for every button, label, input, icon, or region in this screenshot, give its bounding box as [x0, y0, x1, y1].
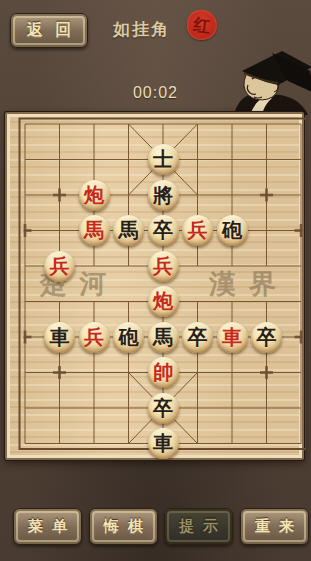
piece-red-soldier[interactable]: 兵 [148, 251, 179, 282]
piece-red-general[interactable]: 帥 [148, 357, 179, 388]
piece-black-soldier[interactable]: 卒 [251, 322, 282, 353]
toolbar-button-restart[interactable]: 重来 [240, 508, 309, 545]
piece-red-cannon[interactable]: 炮 [79, 180, 110, 211]
piece-black-chariot[interactable]: 車 [44, 322, 75, 353]
piece-red-chariot[interactable]: 車 [217, 322, 248, 353]
app-screen: 返回 如挂角 红 00:02 楚河 漢界 士炮將馬馬卒兵砲兵兵炮車兵砲馬卒車卒帥… [0, 0, 311, 561]
piece-black-chariot[interactable]: 車 [148, 428, 179, 459]
piece-black-advisor[interactable]: 士 [148, 144, 179, 175]
seal-character: 红 [192, 13, 212, 38]
piece-black-cannon[interactable]: 砲 [217, 215, 248, 246]
piece-black-general[interactable]: 將 [148, 180, 179, 211]
game-timer: 00:02 [0, 84, 311, 102]
red-to-move-seal: 红 [185, 8, 218, 41]
xiangqi-board[interactable]: 楚河 漢界 士炮將馬馬卒兵砲兵兵炮車兵砲馬卒車卒帥卒車 [5, 112, 304, 460]
toolbar-button-label: 提示 [170, 517, 227, 536]
toolbar-button-undo[interactable]: 悔棋 [89, 508, 158, 545]
piece-black-horse[interactable]: 馬 [148, 322, 179, 353]
toolbar-button-label: 重来 [246, 517, 303, 536]
piece-black-soldier[interactable]: 卒 [148, 393, 179, 424]
piece-red-soldier[interactable]: 兵 [182, 215, 213, 246]
back-button[interactable]: 返回 [10, 13, 88, 48]
back-button-label: 返回 [15, 20, 83, 41]
piece-red-horse[interactable]: 馬 [79, 215, 110, 246]
toolbar-button-menu[interactable]: 菜单 [13, 508, 82, 545]
piece-red-soldier[interactable]: 兵 [44, 251, 75, 282]
piece-red-soldier[interactable]: 兵 [79, 322, 110, 353]
piece-black-soldier[interactable]: 卒 [182, 322, 213, 353]
toolbar-button-label: 菜单 [19, 517, 76, 536]
piece-black-horse[interactable]: 馬 [113, 215, 144, 246]
toolbar-button-label: 悔棋 [95, 517, 152, 536]
toolbar-button-hint[interactable]: 提示 [164, 508, 233, 545]
portrait-illustration [228, 41, 311, 115]
piece-black-cannon[interactable]: 砲 [113, 322, 144, 353]
piece-red-cannon[interactable]: 炮 [148, 286, 179, 317]
piece-black-soldier[interactable]: 卒 [148, 215, 179, 246]
